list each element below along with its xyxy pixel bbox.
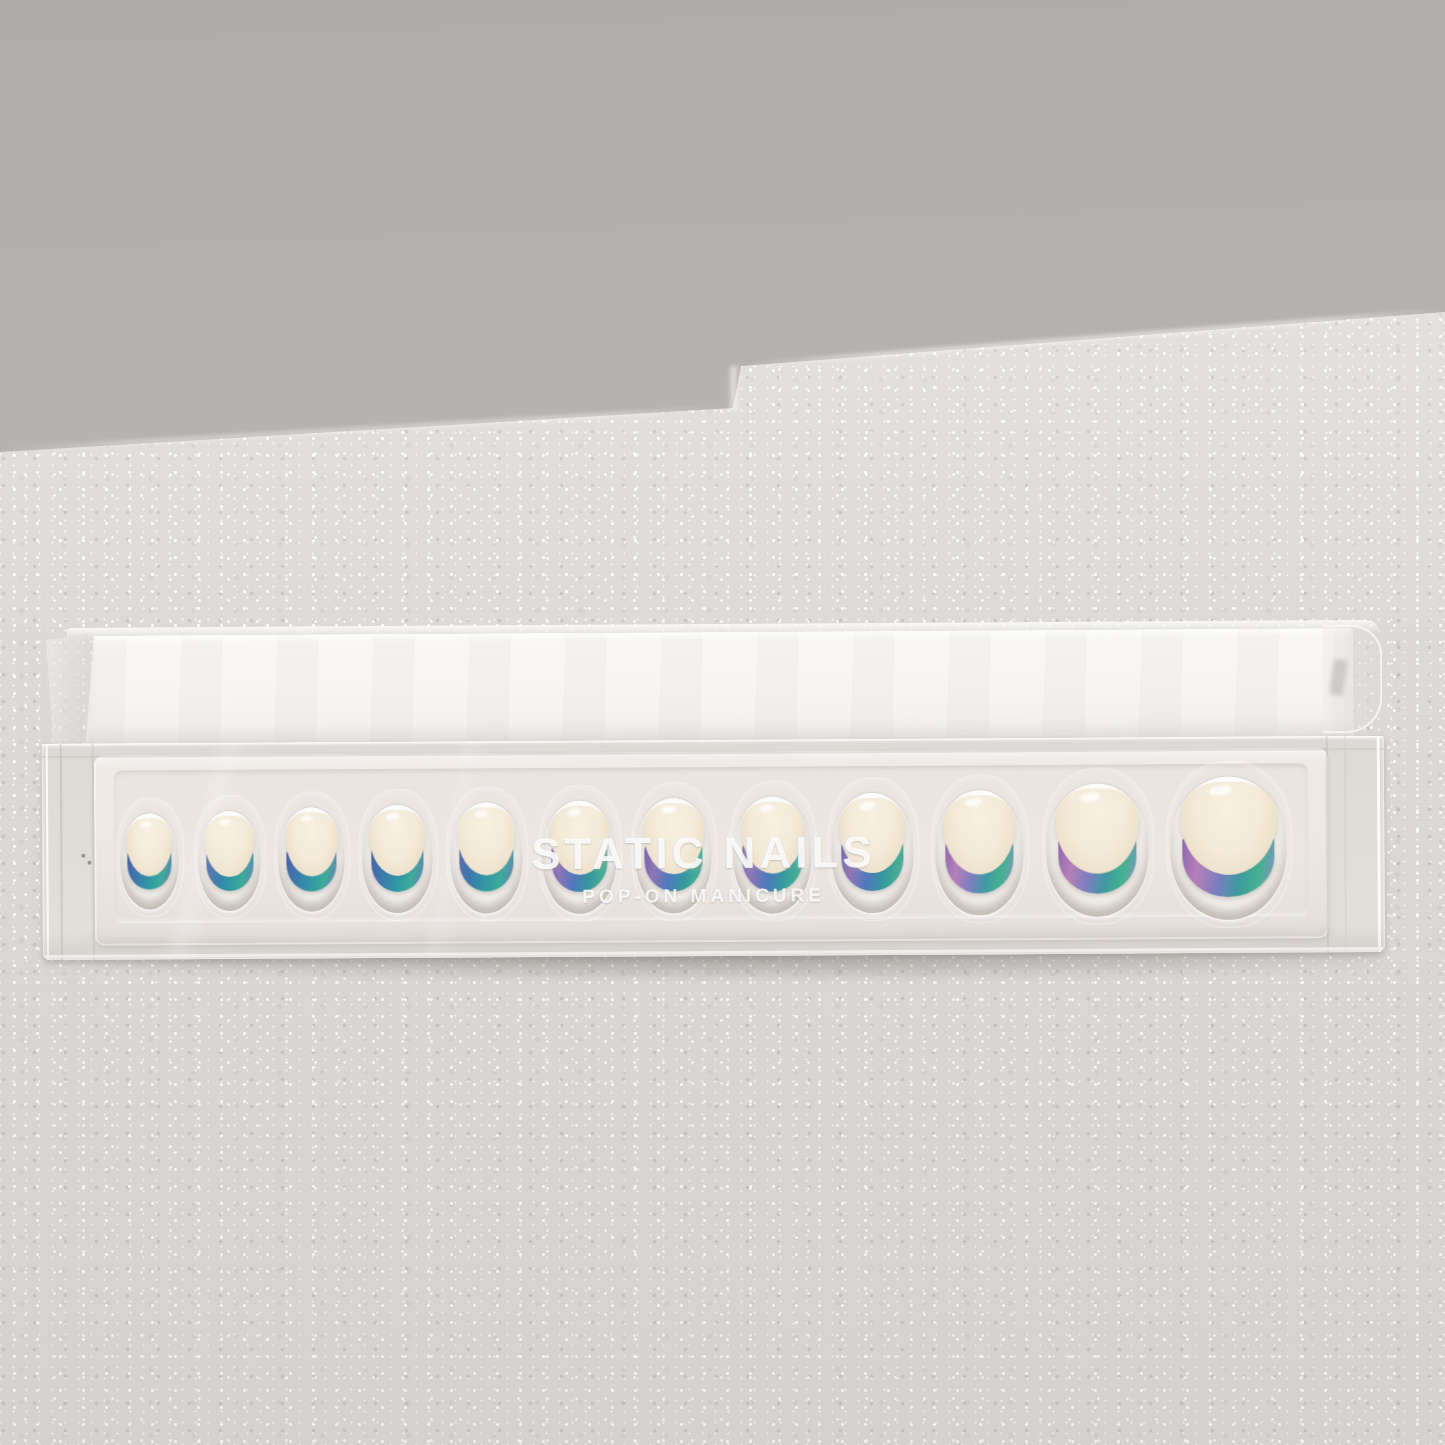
press-on-nail [550,805,610,892]
press-on-nail [457,807,516,892]
press-on-nail [369,810,426,893]
press-on-nail [1055,788,1140,896]
box-lid-insert [85,628,1354,744]
tab-print-smudge [1329,658,1348,696]
press-on-nail [643,803,705,892]
press-on-nail [839,798,906,892]
nail-wells-layer [42,736,1385,960]
dust-speck [81,854,85,858]
press-on-nail [943,795,1016,894]
press-on-nail [126,818,172,890]
box-lid-left-fold [46,634,89,752]
box-front: STATIC NAILS POP-ON MANICURE [42,736,1385,960]
box-end-tab [1322,625,1383,733]
product-box: STATIC NAILS POP-ON MANICURE [41,620,1385,960]
press-on-nail [285,812,338,892]
press-on-nail [741,801,805,892]
press-on-nail [1179,781,1277,899]
fabric-fold-step [730,366,737,410]
scene: STATIC NAILS POP-ON MANICURE [0,0,1445,1445]
press-on-nail [204,816,254,892]
dust-speck [87,861,91,865]
